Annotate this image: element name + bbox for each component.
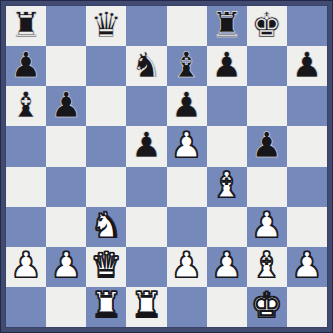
square-a8[interactable]: ♜ (6, 6, 46, 46)
piece-white-bishop[interactable]: ♝ (251, 248, 282, 283)
square-f3[interactable] (207, 207, 247, 247)
square-h1[interactable] (287, 287, 327, 327)
square-f6[interactable] (207, 86, 247, 126)
square-a6[interactable]: ♝ (6, 86, 46, 126)
piece-black-pawn[interactable]: ♟ (171, 88, 202, 123)
square-c2[interactable]: ♛ (86, 247, 126, 287)
square-g6[interactable] (247, 86, 287, 126)
square-a5[interactable] (6, 126, 46, 166)
square-f7[interactable]: ♟ (207, 46, 247, 86)
square-f4[interactable]: ♝ (207, 167, 247, 207)
piece-white-pawn[interactable]: ♟ (251, 208, 282, 243)
piece-black-queen[interactable]: ♛ (91, 8, 122, 43)
chess-board: ♜♛♜♚♟♞♝♟♟♝♟♟♟♟♟♝♞♟♟♟♛♟♟♝♟♜♜♚ (0, 0, 333, 333)
piece-white-bishop[interactable]: ♝ (211, 168, 242, 203)
square-h2[interactable]: ♟ (287, 247, 327, 287)
square-h7[interactable]: ♟ (287, 46, 327, 86)
piece-black-rook[interactable]: ♜ (211, 8, 242, 43)
square-h4[interactable] (287, 167, 327, 207)
square-a1[interactable] (6, 287, 46, 327)
square-d4[interactable] (126, 167, 166, 207)
square-d3[interactable] (126, 207, 166, 247)
piece-black-pawn[interactable]: ♟ (291, 48, 322, 83)
square-c5[interactable] (86, 126, 126, 166)
square-h6[interactable] (287, 86, 327, 126)
square-f5[interactable] (207, 126, 247, 166)
square-b8[interactable] (46, 6, 86, 46)
piece-white-rook[interactable]: ♜ (91, 288, 122, 323)
square-e1[interactable] (167, 287, 207, 327)
square-f8[interactable]: ♜ (207, 6, 247, 46)
piece-black-pawn[interactable]: ♟ (131, 128, 162, 163)
square-c4[interactable] (86, 167, 126, 207)
square-e4[interactable] (167, 167, 207, 207)
square-b5[interactable] (46, 126, 86, 166)
piece-white-pawn[interactable]: ♟ (291, 248, 322, 283)
square-b7[interactable] (46, 46, 86, 86)
square-c8[interactable]: ♛ (86, 6, 126, 46)
square-h5[interactable] (287, 126, 327, 166)
piece-black-bishop[interactable]: ♝ (10, 88, 41, 123)
piece-black-pawn[interactable]: ♟ (211, 48, 242, 83)
square-c1[interactable]: ♜ (86, 287, 126, 327)
square-b1[interactable] (46, 287, 86, 327)
square-c6[interactable] (86, 86, 126, 126)
square-b6[interactable]: ♟ (46, 86, 86, 126)
square-g7[interactable] (247, 46, 287, 86)
square-d2[interactable] (126, 247, 166, 287)
piece-white-pawn[interactable]: ♟ (171, 248, 202, 283)
square-e7[interactable]: ♝ (167, 46, 207, 86)
piece-white-pawn[interactable]: ♟ (171, 128, 202, 163)
square-g2[interactable]: ♝ (247, 247, 287, 287)
piece-white-knight[interactable]: ♞ (91, 208, 122, 243)
square-f2[interactable]: ♟ (207, 247, 247, 287)
square-a4[interactable] (6, 167, 46, 207)
piece-white-pawn[interactable]: ♟ (211, 248, 242, 283)
piece-black-pawn[interactable]: ♟ (10, 48, 41, 83)
piece-white-pawn[interactable]: ♟ (10, 248, 41, 283)
square-b3[interactable] (46, 207, 86, 247)
square-d8[interactable] (126, 6, 166, 46)
square-h3[interactable] (287, 207, 327, 247)
piece-white-pawn[interactable]: ♟ (50, 248, 81, 283)
square-b4[interactable] (46, 167, 86, 207)
square-h8[interactable] (287, 6, 327, 46)
square-a2[interactable]: ♟ (6, 247, 46, 287)
square-a7[interactable]: ♟ (6, 46, 46, 86)
square-g8[interactable]: ♚ (247, 6, 287, 46)
square-d6[interactable] (126, 86, 166, 126)
square-e2[interactable]: ♟ (167, 247, 207, 287)
square-e8[interactable] (167, 6, 207, 46)
square-b2[interactable]: ♟ (46, 247, 86, 287)
piece-black-king[interactable]: ♚ (251, 8, 282, 43)
piece-black-knight[interactable]: ♞ (131, 48, 162, 83)
piece-white-king[interactable]: ♚ (251, 288, 282, 323)
piece-black-bishop[interactable]: ♝ (171, 48, 202, 83)
square-g5[interactable]: ♟ (247, 126, 287, 166)
square-d5[interactable]: ♟ (126, 126, 166, 166)
square-g3[interactable]: ♟ (247, 207, 287, 247)
square-g4[interactable] (247, 167, 287, 207)
piece-black-pawn[interactable]: ♟ (50, 88, 81, 123)
square-g1[interactable]: ♚ (247, 287, 287, 327)
square-f1[interactable] (207, 287, 247, 327)
piece-white-queen[interactable]: ♛ (91, 248, 122, 283)
piece-white-rook[interactable]: ♜ (131, 288, 162, 323)
board-grid: ♜♛♜♚♟♞♝♟♟♝♟♟♟♟♟♝♞♟♟♟♛♟♟♝♟♜♜♚ (6, 6, 327, 327)
square-e6[interactable]: ♟ (167, 86, 207, 126)
square-c7[interactable] (86, 46, 126, 86)
square-d7[interactable]: ♞ (126, 46, 166, 86)
piece-black-pawn[interactable]: ♟ (251, 128, 282, 163)
square-d1[interactable]: ♜ (126, 287, 166, 327)
square-e3[interactable] (167, 207, 207, 247)
square-a3[interactable] (6, 207, 46, 247)
piece-black-rook[interactable]: ♜ (10, 8, 41, 43)
square-e5[interactable]: ♟ (167, 126, 207, 166)
square-c3[interactable]: ♞ (86, 207, 126, 247)
